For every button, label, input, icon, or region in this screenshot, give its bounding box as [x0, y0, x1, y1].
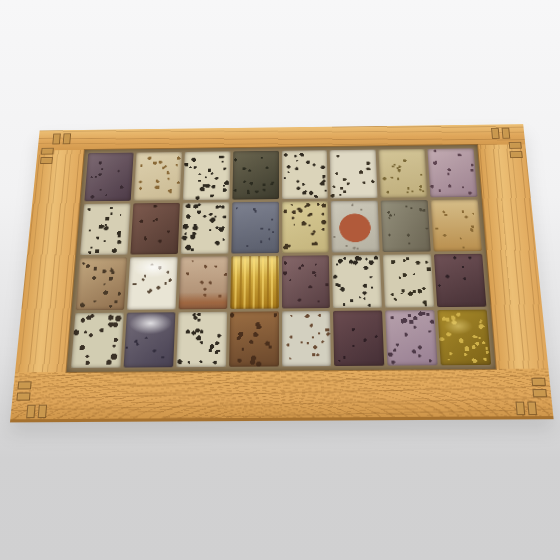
corner-peg: [510, 151, 523, 158]
tile-r2c5-yellow-speckled: [281, 201, 329, 252]
tile-r2c3-cream-speckled-heavy: [181, 203, 229, 254]
corner-peg: [502, 128, 511, 139]
tile-r2c6-terracotta-circle: [331, 201, 380, 252]
tile-r1c8-mauve-pink-speckled: [428, 148, 478, 197]
tile-r4c6-dark-maroon: [333, 310, 384, 366]
corner-peg: [38, 405, 48, 418]
tile-r3c1-tan-brown-mottled: [76, 257, 127, 310]
tile-top-table: [10, 124, 554, 422]
tile-r4c4-rust-brown: [229, 311, 279, 367]
tile-r1c6-cream-speckled-light: [330, 150, 378, 199]
tile-r4c7-lilac-speckled: [385, 310, 437, 366]
corner-peg: [52, 134, 61, 145]
corner-peg: [63, 133, 71, 144]
corner-peg: [527, 402, 537, 416]
tile-r1c5-cream-speckled: [281, 150, 328, 199]
studio-background: [0, 0, 560, 560]
tile-r1c4-dark-olive: [232, 151, 279, 200]
tile-r2c2-maroon-brown: [130, 203, 179, 254]
tile-r3c6-cream-speckled: [332, 254, 382, 307]
tile-r1c1-dark-mauve: [84, 153, 133, 202]
tile-r3c7-cream-speckled: [383, 254, 434, 307]
tile-r2c4-slate-blue: [231, 202, 279, 253]
tile-r2c8-amber-tan: [431, 200, 482, 251]
wood-frame-bottom-rail: [10, 369, 553, 420]
corner-peg: [491, 128, 500, 139]
corner-peg: [17, 381, 31, 389]
tile-r3c5-plum-mottled: [281, 255, 330, 308]
tile-r3c2-ivory-gloss: [127, 256, 178, 309]
tile-r4c1-cream-blob-speckled: [71, 312, 124, 368]
tile-r4c5-pale-grey-speckled: [282, 311, 332, 367]
corner-peg: [26, 405, 36, 418]
tile-r3c3-pink-tan-rust: [178, 256, 228, 309]
tile-r3c4-amber-drip: [230, 255, 279, 308]
corner-peg: [509, 142, 522, 149]
tile-r4c3-cream-speckled: [176, 312, 227, 368]
corner-peg: [16, 392, 30, 400]
tile-r4c8-olive-gold-bumpy: [437, 309, 491, 365]
corner-peg: [515, 402, 525, 416]
tile-grid: [67, 145, 496, 372]
tile-r1c3-cream-speckled: [183, 151, 230, 200]
tile-r1c7-khaki-speckled: [379, 149, 428, 198]
corner-peg: [532, 389, 547, 397]
corner-peg: [531, 378, 546, 386]
tile-r4c2-slate-purple-gloss: [123, 312, 175, 368]
corner-peg: [40, 157, 53, 164]
tile-r3c8-dark-maroon: [434, 253, 486, 307]
tile-r2c7-grey-olive-mottled: [381, 200, 431, 251]
tile-r1c2-beige-speckled: [133, 152, 181, 201]
corner-peg: [41, 148, 54, 155]
tile-r2c1-cream-speckled: [80, 204, 130, 255]
